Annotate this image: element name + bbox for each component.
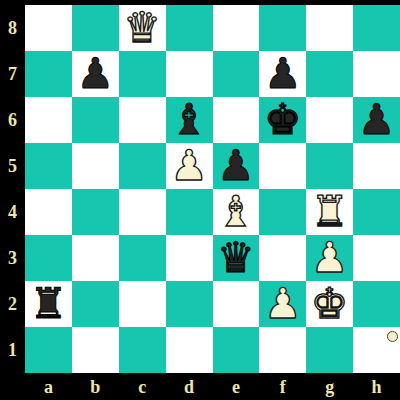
square-a8[interactable] [25, 5, 72, 51]
square-b2[interactable] [72, 281, 119, 327]
square-g3[interactable]: ♟ [306, 235, 353, 281]
square-h4[interactable] [353, 189, 400, 235]
square-d5[interactable]: ♟ [166, 143, 213, 189]
square-h3[interactable] [353, 235, 400, 281]
file-label-b: b [72, 373, 119, 400]
file-label-c: c [119, 373, 166, 400]
file-label-f: f [259, 373, 306, 400]
square-h5[interactable] [353, 143, 400, 189]
square-e2[interactable] [213, 281, 260, 327]
black-king[interactable]: ♚ [264, 97, 302, 143]
square-g7[interactable] [306, 51, 353, 97]
square-f5[interactable] [259, 143, 306, 189]
square-b4[interactable] [72, 189, 119, 235]
white-pawn[interactable]: ♟ [264, 281, 302, 327]
board: ♛♟♟♝♚♟♟♟♝♜♛♟♜♟♚ [25, 5, 400, 373]
square-e5[interactable]: ♟ [213, 143, 260, 189]
black-bishop[interactable]: ♝ [170, 97, 208, 143]
rank-label-4: 4 [0, 189, 25, 235]
square-h2[interactable] [353, 281, 400, 327]
file-label-a: a [25, 373, 72, 400]
square-b7[interactable]: ♟ [72, 51, 119, 97]
rank-label-8: 8 [0, 5, 25, 51]
square-e4[interactable]: ♝ [213, 189, 260, 235]
square-f8[interactable] [259, 5, 306, 51]
square-e8[interactable] [213, 5, 260, 51]
square-d7[interactable] [166, 51, 213, 97]
white-pawn[interactable]: ♟ [170, 143, 208, 189]
square-d4[interactable] [166, 189, 213, 235]
white-queen[interactable]: ♛ [123, 5, 161, 51]
square-b8[interactable] [72, 5, 119, 51]
square-f4[interactable] [259, 189, 306, 235]
square-a6[interactable] [25, 97, 72, 143]
black-pawn[interactable]: ♟ [264, 51, 302, 97]
square-e1[interactable] [213, 327, 260, 373]
square-c1[interactable] [119, 327, 166, 373]
file-label-h: h [353, 373, 400, 400]
square-e7[interactable] [213, 51, 260, 97]
square-g4[interactable]: ♜ [306, 189, 353, 235]
square-g1[interactable] [306, 327, 353, 373]
white-rook[interactable]: ♜ [311, 189, 349, 235]
square-h7[interactable] [353, 51, 400, 97]
file-label-e: e [213, 373, 260, 400]
file-label-d: d [166, 373, 213, 400]
square-h8[interactable] [353, 5, 400, 51]
square-c5[interactable] [119, 143, 166, 189]
square-a1[interactable] [25, 327, 72, 373]
rank-labels: 87654321 [0, 5, 25, 373]
square-d2[interactable] [166, 281, 213, 327]
black-queen[interactable]: ♛ [217, 235, 255, 281]
square-f1[interactable] [259, 327, 306, 373]
black-pawn[interactable]: ♟ [358, 97, 396, 143]
square-g8[interactable] [306, 5, 353, 51]
square-h6[interactable]: ♟ [353, 97, 400, 143]
rank-label-1: 1 [0, 327, 25, 373]
square-b1[interactable] [72, 327, 119, 373]
square-a5[interactable] [25, 143, 72, 189]
square-a3[interactable] [25, 235, 72, 281]
square-e3[interactable]: ♛ [213, 235, 260, 281]
black-rook[interactable]: ♜ [30, 281, 68, 327]
square-g2[interactable]: ♚ [306, 281, 353, 327]
square-c7[interactable] [119, 51, 166, 97]
rank-label-7: 7 [0, 51, 25, 97]
white-bishop[interactable]: ♝ [217, 189, 255, 235]
chessboard-frame: 87654321 ♛♟♟♝♚♟♟♟♝♜♛♟♜♟♚ abcdefgh [0, 0, 400, 400]
square-f2[interactable]: ♟ [259, 281, 306, 327]
square-b6[interactable] [72, 97, 119, 143]
square-f3[interactable] [259, 235, 306, 281]
black-pawn[interactable]: ♟ [217, 143, 255, 189]
rank-label-5: 5 [0, 143, 25, 189]
white-king[interactable]: ♚ [311, 281, 349, 327]
rank-label-6: 6 [0, 97, 25, 143]
square-b3[interactable] [72, 235, 119, 281]
square-e6[interactable] [213, 97, 260, 143]
square-a2[interactable]: ♜ [25, 281, 72, 327]
square-g6[interactable] [306, 97, 353, 143]
square-f6[interactable]: ♚ [259, 97, 306, 143]
square-a7[interactable] [25, 51, 72, 97]
square-c6[interactable] [119, 97, 166, 143]
white-to-move-indicator [387, 331, 398, 342]
square-c8[interactable]: ♛ [119, 5, 166, 51]
square-c2[interactable] [119, 281, 166, 327]
square-d3[interactable] [166, 235, 213, 281]
square-c3[interactable] [119, 235, 166, 281]
white-pawn[interactable]: ♟ [311, 235, 349, 281]
square-d1[interactable] [166, 327, 213, 373]
file-labels: abcdefgh [25, 373, 400, 400]
file-label-g: g [306, 373, 353, 400]
black-pawn[interactable]: ♟ [76, 51, 114, 97]
square-g5[interactable] [306, 143, 353, 189]
square-f7[interactable]: ♟ [259, 51, 306, 97]
square-c4[interactable] [119, 189, 166, 235]
square-d8[interactable] [166, 5, 213, 51]
square-a4[interactable] [25, 189, 72, 235]
rank-label-3: 3 [0, 235, 25, 281]
rank-label-2: 2 [0, 281, 25, 327]
square-b5[interactable] [72, 143, 119, 189]
square-d6[interactable]: ♝ [166, 97, 213, 143]
